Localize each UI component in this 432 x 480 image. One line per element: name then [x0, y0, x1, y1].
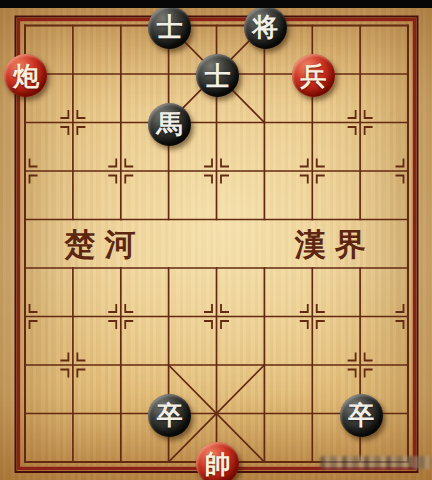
- top-letterbox-bar: [0, 0, 432, 8]
- piece-red-soldier-g9[interactable]: 兵: [292, 54, 335, 97]
- piece-glyph: 卒: [157, 402, 183, 428]
- piece-black-soldier-d2[interactable]: 卒: [148, 394, 191, 437]
- pieces-layer: 士将炮士兵馬卒卒帥: [1, 1, 432, 480]
- piece-black-soldier-h2[interactable]: 卒: [340, 394, 383, 437]
- piece-black-horse-d8[interactable]: 馬: [148, 103, 191, 146]
- piece-glyph: 馬: [157, 111, 183, 137]
- piece-glyph: 将: [252, 14, 278, 40]
- piece-glyph: 帥: [204, 451, 230, 477]
- piece-black-advisor-e9[interactable]: 士: [196, 54, 239, 97]
- piece-glyph: 士: [157, 14, 183, 40]
- piece-black-general-f10[interactable]: 将: [244, 6, 287, 49]
- xiangqi-screenshot: 楚河 漢界 士将炮士兵馬卒卒帥: [0, 0, 432, 480]
- piece-glyph: 兵: [300, 63, 326, 89]
- blurred-watermark: [320, 456, 431, 469]
- piece-red-general-e1[interactable]: 帥: [196, 442, 239, 480]
- piece-black-advisor-d10[interactable]: 士: [148, 6, 191, 49]
- piece-glyph: 士: [204, 63, 230, 89]
- piece-glyph: 卒: [348, 402, 374, 428]
- piece-red-cannon-a9[interactable]: 炮: [4, 54, 47, 97]
- piece-glyph: 炮: [13, 63, 39, 89]
